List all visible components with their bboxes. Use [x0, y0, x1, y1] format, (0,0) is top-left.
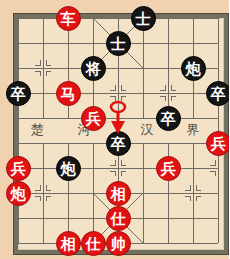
black-king[interactable]: 将 — [81, 56, 106, 81]
red-soldier[interactable]: 兵 — [81, 106, 106, 131]
red-horse[interactable]: 马 — [56, 81, 81, 106]
red-soldier[interactable]: 兵 — [206, 131, 230, 156]
red-elephant[interactable]: 相 — [56, 231, 81, 256]
red-advisor[interactable]: 仕 — [81, 231, 106, 256]
black-soldier[interactable]: 卒 — [206, 81, 230, 106]
black-advisor[interactable]: 士 — [106, 31, 131, 56]
last-move-arrow-icon — [106, 99, 130, 136]
red-elephant[interactable]: 相 — [106, 181, 131, 206]
xiangqi-board-app: 楚 河 汉 界 车士士将炮卒马卒兵卒卒兵兵炮兵炮相仕相仕帅 — [0, 0, 229, 259]
red-chariot[interactable]: 车 — [56, 6, 81, 31]
red-soldier[interactable]: 兵 — [6, 156, 31, 181]
red-cannon[interactable]: 炮 — [6, 181, 31, 206]
black-soldier[interactable]: 卒 — [6, 81, 31, 106]
red-king[interactable]: 帅 — [106, 231, 131, 256]
black-advisor[interactable]: 士 — [131, 6, 156, 31]
black-soldier[interactable]: 卒 — [156, 106, 181, 131]
red-advisor[interactable]: 仕 — [106, 206, 131, 231]
black-cannon[interactable]: 炮 — [181, 56, 206, 81]
red-soldier[interactable]: 兵 — [156, 156, 181, 181]
black-cannon[interactable]: 炮 — [56, 156, 81, 181]
